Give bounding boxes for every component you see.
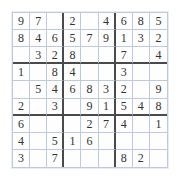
- cell-r9c6[interactable]: [99, 150, 116, 167]
- cell-r4c6[interactable]: [99, 64, 116, 81]
- cell-r9c4[interactable]: [64, 150, 81, 167]
- cell-r5c3[interactable]: 4: [47, 81, 64, 98]
- cell-r2c3[interactable]: 6: [47, 30, 64, 47]
- cell-r7c9[interactable]: 1: [150, 116, 167, 133]
- cell-r7c5[interactable]: 2: [81, 116, 98, 133]
- cell-r3c8[interactable]: [133, 47, 150, 64]
- cell-r3c9[interactable]: 4: [150, 47, 167, 64]
- cell-r3c2[interactable]: 3: [30, 47, 47, 64]
- cell-r9c9[interactable]: [150, 150, 167, 167]
- cell-r9c8[interactable]: 2: [133, 150, 150, 167]
- cell-r1c5[interactable]: [81, 13, 98, 30]
- cell-r9c2[interactable]: [30, 150, 47, 167]
- cell-r4c2[interactable]: [30, 64, 47, 81]
- cell-r1c1[interactable]: 9: [13, 13, 30, 30]
- cell-r2c7[interactable]: 1: [116, 30, 133, 47]
- cell-r8c2[interactable]: [30, 133, 47, 150]
- cell-r8c7[interactable]: [116, 133, 133, 150]
- cell-r3c5[interactable]: [81, 47, 98, 64]
- cell-r6c2[interactable]: [30, 99, 47, 116]
- cell-r8c1[interactable]: 4: [13, 133, 30, 150]
- cell-r1c3[interactable]: [47, 13, 64, 30]
- cell-r6c7[interactable]: 5: [116, 99, 133, 116]
- cell-r5c4[interactable]: 6: [64, 81, 81, 98]
- cell-r5c2[interactable]: 5: [30, 81, 47, 98]
- cell-r4c3[interactable]: 8: [47, 64, 64, 81]
- cell-r4c5[interactable]: [81, 64, 98, 81]
- cell-r6c3[interactable]: 3: [47, 99, 64, 116]
- cell-r9c1[interactable]: 3: [13, 150, 30, 167]
- cell-r5c1[interactable]: [13, 81, 30, 98]
- cell-r5c8[interactable]: [133, 81, 150, 98]
- cell-r8c4[interactable]: 1: [64, 133, 81, 150]
- cell-r2c5[interactable]: 7: [81, 30, 98, 47]
- cell-r4c9[interactable]: [150, 64, 167, 81]
- cell-r6c1[interactable]: 2: [13, 99, 30, 116]
- cell-r2c6[interactable]: 9: [99, 30, 116, 47]
- cell-r2c8[interactable]: 3: [133, 30, 150, 47]
- cell-r1c7[interactable]: 6: [116, 13, 133, 30]
- cell-r7c6[interactable]: 7: [99, 116, 116, 133]
- cell-r4c7[interactable]: 3: [116, 64, 133, 81]
- sudoku-board: 9724685846579132328741843546832923915486…: [12, 12, 168, 168]
- cell-r7c1[interactable]: 6: [13, 116, 30, 133]
- cell-r1c2[interactable]: 7: [30, 13, 47, 30]
- cell-r3c7[interactable]: 7: [116, 47, 133, 64]
- cell-r4c4[interactable]: 4: [64, 64, 81, 81]
- cell-r2c4[interactable]: 5: [64, 30, 81, 47]
- cell-r8c8[interactable]: [133, 133, 150, 150]
- cell-r7c8[interactable]: [133, 116, 150, 133]
- cell-r4c1[interactable]: 1: [13, 64, 30, 81]
- cell-r5c6[interactable]: 3: [99, 81, 116, 98]
- cell-r7c2[interactable]: [30, 116, 47, 133]
- cell-r3c1[interactable]: [13, 47, 30, 64]
- cell-r5c7[interactable]: 2: [116, 81, 133, 98]
- cell-r5c5[interactable]: 8: [81, 81, 98, 98]
- cell-r6c8[interactable]: 4: [133, 99, 150, 116]
- cell-r4c8[interactable]: [133, 64, 150, 81]
- cell-r3c3[interactable]: 2: [47, 47, 64, 64]
- cell-r2c2[interactable]: 4: [30, 30, 47, 47]
- cell-r5c9[interactable]: 9: [150, 81, 167, 98]
- cell-r3c6[interactable]: [99, 47, 116, 64]
- cell-r1c8[interactable]: 8: [133, 13, 150, 30]
- cell-r6c6[interactable]: 1: [99, 99, 116, 116]
- cell-r8c3[interactable]: 5: [47, 133, 64, 150]
- cell-r9c3[interactable]: 7: [47, 150, 64, 167]
- cell-r9c5[interactable]: [81, 150, 98, 167]
- cell-r1c4[interactable]: 2: [64, 13, 81, 30]
- cell-r1c6[interactable]: 4: [99, 13, 116, 30]
- cell-r6c5[interactable]: 9: [81, 99, 98, 116]
- cell-r6c9[interactable]: 8: [150, 99, 167, 116]
- cell-r8c5[interactable]: 6: [81, 133, 98, 150]
- cell-r7c3[interactable]: [47, 116, 64, 133]
- cell-r7c7[interactable]: 4: [116, 116, 133, 133]
- cell-r7c4[interactable]: [64, 116, 81, 133]
- cell-r1c9[interactable]: 5: [150, 13, 167, 30]
- cell-r6c4[interactable]: [64, 99, 81, 116]
- cell-r8c9[interactable]: [150, 133, 167, 150]
- cell-r2c9[interactable]: 2: [150, 30, 167, 47]
- cell-r3c4[interactable]: 8: [64, 47, 81, 64]
- cell-r8c6[interactable]: [99, 133, 116, 150]
- cell-r9c7[interactable]: 8: [116, 150, 133, 167]
- cell-r2c1[interactable]: 8: [13, 30, 30, 47]
